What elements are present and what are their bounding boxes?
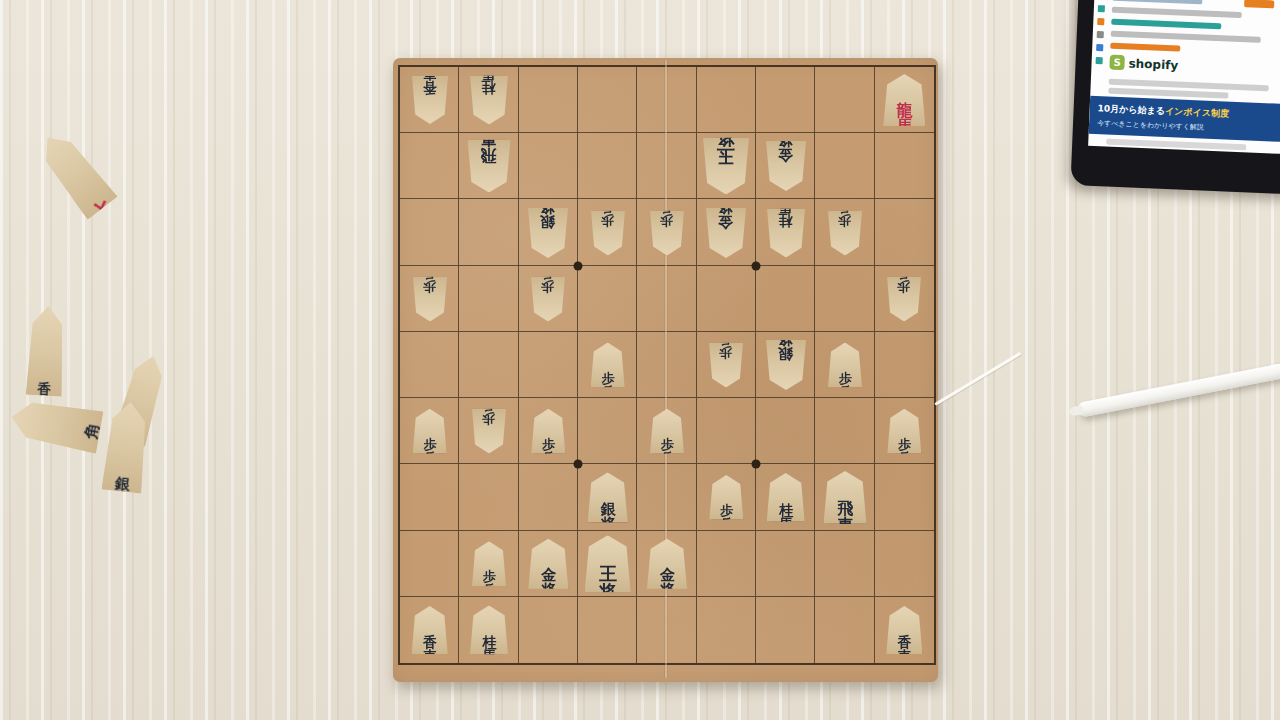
piece-kanji: 歩 [898,280,910,293]
piece-kanji: 香 [423,635,436,649]
piece-kanji: 桂 [779,503,792,517]
piece-kanji: 玉 [718,147,735,165]
board-square-r6c7[interactable] [756,398,815,464]
board-square-r2c1[interactable] [400,133,459,199]
board-square-r7c1[interactable] [400,464,459,530]
shogi-board: 香車桂馬龍馬飛車玉将金将銀将歩兵歩兵金将桂馬歩兵歩兵歩兵歩兵歩兵歩兵銀将歩兵歩兵… [393,58,938,682]
piece-kanji: 歩 [602,213,614,226]
piece-kanji: 歩 [661,213,673,226]
shopify-wordmark: shopify [1128,56,1178,72]
piece-kanji: と [87,193,117,224]
piece-kanji: 歩 [424,437,436,450]
board-square-r3c9[interactable] [875,199,934,265]
board-square-r8c6[interactable] [697,531,756,597]
text-bar [1110,43,1180,52]
table-surface: 香車桂馬龍馬飛車玉将金将銀将歩兵歩兵金将桂馬歩兵歩兵歩兵歩兵歩兵歩兵銀将歩兵歩兵… [0,0,1280,720]
text-bar [1111,19,1221,30]
piece-kanji: 香 [423,81,436,95]
text-bar [1106,139,1246,151]
text-bar [1112,7,1242,18]
hoshi-dot [573,460,582,469]
board-square-r1c8[interactable] [815,67,874,133]
board-square-r9c6[interactable] [697,597,756,663]
board-square-r1c7[interactable] [756,67,815,133]
board-square-r1c3[interactable] [519,67,578,133]
piece-kanji: 金 [779,147,793,162]
text-bar [1111,31,1261,43]
shopify-bag-icon: S [1109,55,1125,71]
board-square-r9c7[interactable] [756,597,815,663]
orange-badge [1244,0,1274,8]
board-square-r6c6[interactable] [697,398,756,464]
board-square-r5c2[interactable] [459,332,518,398]
board-square-r5c1[interactable] [400,332,459,398]
shopify-logo: S shopify [1109,55,1178,73]
piece-kanji: 歩 [483,412,495,425]
piece-kanji: 歩 [661,437,673,450]
piece-bishop[interactable]: 角行 [8,396,104,454]
piece-kanji: 香 [898,635,911,649]
hoshi-dot [752,460,761,469]
piece-kanji: 歩 [424,280,436,293]
piece-kanji: 将 [113,491,128,507]
piece-kanji: 香 [37,381,51,396]
board-square-r1c6[interactable] [697,67,756,133]
nav-icon [1096,57,1103,64]
board-square-r8c9[interactable] [875,531,934,597]
piece-kanji: 歩 [483,570,495,583]
board-square-r5c3[interactable] [519,332,578,398]
hoshi-dot [573,261,582,270]
nav-icon [1098,5,1105,12]
board-square-r4c8[interactable] [815,266,874,332]
board-square-r4c2[interactable] [459,266,518,332]
piece-kanji: 歩 [720,346,732,359]
piece-tokin[interactable]: と [32,126,117,220]
board-square-r8c1[interactable] [400,531,459,597]
board-square-r9c4[interactable] [578,597,637,663]
board-square-r4c6[interactable] [697,266,756,332]
board-square-r6c8[interactable] [815,398,874,464]
board-square-r7c3[interactable] [519,464,578,530]
piece-kanji: 王 [599,565,616,583]
board-square-r4c7[interactable] [756,266,815,332]
tablet: S shopify 10月から始まるインボイス制度 今すべきことをわかりやすく解… [1070,0,1280,195]
piece-kanji: 桂 [483,635,496,649]
board-square-r1c4[interactable] [578,67,637,133]
stylus-pen [1077,363,1280,418]
piece-kanji: 歩 [839,371,851,384]
board-square-r4c4[interactable] [578,266,637,332]
board-square-r3c2[interactable] [459,199,518,265]
board-square-r2c8[interactable] [815,133,874,199]
piece-kanji: 歩 [542,280,554,293]
nav-icon [1097,18,1104,25]
piece-kanji: 歩 [720,504,732,517]
board-square-r5c9[interactable] [875,332,934,398]
nav-icon [1097,31,1104,38]
board-square-r8c7[interactable] [756,531,815,597]
board-square-r2c4[interactable] [578,133,637,199]
board-square-r9c3[interactable] [519,597,578,663]
piece-kanji: 歩 [898,437,910,450]
board-square-r2c3[interactable] [519,133,578,199]
piece-kanji: 桂 [483,81,496,95]
piece-kanji: 歩 [542,437,554,450]
tablet-screen: S shopify 10月から始まるインボイス制度 今すべきことをわかりやすく解… [1088,0,1280,154]
piece-kanji: 歩 [602,371,614,384]
piece-kanji: 銀 [779,346,793,361]
text-bar [1112,0,1202,4]
board-square-r7c2[interactable] [459,464,518,530]
piece-kanji: 歩 [839,213,851,226]
board-square-r2c9[interactable] [875,133,934,199]
nav-icon [1096,44,1103,51]
cable [934,352,1021,406]
piece-kanji: 飛 [482,147,497,163]
invoice-banner: 10月から始まるインボイス制度 今すべきことをわかりやすく解説 [1089,96,1280,142]
piece-lance[interactable]: 香車 [26,305,67,396]
board-square-r6c4[interactable] [578,398,637,464]
board-square-r9c8[interactable] [815,597,874,663]
hoshi-dot [752,261,761,270]
board-square-r7c9[interactable] [875,464,934,530]
board-square-r3c1[interactable] [400,199,459,265]
board-square-r8c8[interactable] [815,531,874,597]
piece-kanji: 桂 [779,213,792,227]
